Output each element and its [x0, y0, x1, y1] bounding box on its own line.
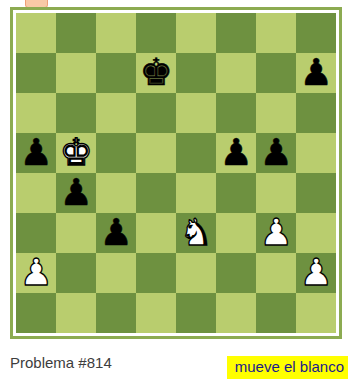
piece-black-pawn[interactable]: ♟	[59, 173, 92, 213]
chess-board-frame: ♚♟♟♚♟♟♟♟♞♟♟♟	[10, 7, 342, 339]
square-c6[interactable]	[96, 93, 136, 133]
square-c7[interactable]	[96, 53, 136, 93]
square-d6[interactable]	[136, 93, 176, 133]
square-c4[interactable]	[96, 173, 136, 213]
piece-black-pawn[interactable]: ♟	[19, 133, 52, 173]
piece-black-king[interactable]: ♚	[139, 53, 172, 93]
square-f1[interactable]	[216, 293, 256, 333]
square-g4[interactable]	[256, 173, 296, 213]
square-d1[interactable]	[136, 293, 176, 333]
piece-black-pawn[interactable]: ♟	[99, 213, 132, 253]
square-c8[interactable]	[96, 13, 136, 53]
square-h3[interactable]	[296, 213, 336, 253]
piece-white-pawn[interactable]: ♟	[299, 253, 332, 293]
square-f4[interactable]	[216, 173, 256, 213]
square-c5[interactable]	[96, 133, 136, 173]
square-g7[interactable]	[256, 53, 296, 93]
square-a5[interactable]: ♟	[16, 133, 56, 173]
square-d8[interactable]	[136, 13, 176, 53]
square-h5[interactable]	[296, 133, 336, 173]
piece-black-pawn[interactable]: ♟	[219, 133, 252, 173]
square-d5[interactable]	[136, 133, 176, 173]
square-b7[interactable]	[56, 53, 96, 93]
square-a6[interactable]	[16, 93, 56, 133]
problem-number-label: Problema #814	[10, 354, 112, 371]
square-b5[interactable]: ♚	[56, 133, 96, 173]
square-e4[interactable]	[176, 173, 216, 213]
square-d4[interactable]	[136, 173, 176, 213]
square-e3[interactable]: ♞	[176, 213, 216, 253]
square-b1[interactable]	[56, 293, 96, 333]
square-d3[interactable]	[136, 213, 176, 253]
square-b3[interactable]	[56, 213, 96, 253]
square-e8[interactable]	[176, 13, 216, 53]
square-a8[interactable]	[16, 13, 56, 53]
square-h4[interactable]	[296, 173, 336, 213]
square-f6[interactable]	[216, 93, 256, 133]
square-c3[interactable]: ♟	[96, 213, 136, 253]
piece-white-pawn[interactable]: ♟	[259, 213, 292, 253]
square-b6[interactable]	[56, 93, 96, 133]
square-a3[interactable]	[16, 213, 56, 253]
square-e2[interactable]	[176, 253, 216, 293]
square-c1[interactable]	[96, 293, 136, 333]
square-a4[interactable]	[16, 173, 56, 213]
square-d7[interactable]: ♚	[136, 53, 176, 93]
square-c2[interactable]	[96, 253, 136, 293]
square-g1[interactable]	[256, 293, 296, 333]
piece-black-pawn[interactable]: ♟	[299, 53, 332, 93]
square-g8[interactable]	[256, 13, 296, 53]
square-f3[interactable]	[216, 213, 256, 253]
square-f5[interactable]: ♟	[216, 133, 256, 173]
square-f2[interactable]	[216, 253, 256, 293]
square-g2[interactable]	[256, 253, 296, 293]
square-d2[interactable]	[136, 253, 176, 293]
square-h7[interactable]: ♟	[296, 53, 336, 93]
square-e7[interactable]	[176, 53, 216, 93]
square-e1[interactable]	[176, 293, 216, 333]
square-a2[interactable]: ♟	[16, 253, 56, 293]
side-to-move-banner: mueve el blanco	[227, 356, 348, 379]
square-f7[interactable]	[216, 53, 256, 93]
square-h2[interactable]: ♟	[296, 253, 336, 293]
square-h1[interactable]	[296, 293, 336, 333]
piece-white-knight[interactable]: ♞	[179, 213, 212, 253]
piece-black-pawn[interactable]: ♟	[259, 133, 292, 173]
square-h6[interactable]	[296, 93, 336, 133]
square-g3[interactable]: ♟	[256, 213, 296, 253]
square-h8[interactable]	[296, 13, 336, 53]
square-b4[interactable]: ♟	[56, 173, 96, 213]
square-a1[interactable]	[16, 293, 56, 333]
square-g5[interactable]: ♟	[256, 133, 296, 173]
square-e5[interactable]	[176, 133, 216, 173]
piece-white-pawn[interactable]: ♟	[19, 253, 52, 293]
chess-board: ♚♟♟♚♟♟♟♟♞♟♟♟	[16, 13, 336, 333]
square-e6[interactable]	[176, 93, 216, 133]
square-b8[interactable]	[56, 13, 96, 53]
square-a7[interactable]	[16, 53, 56, 93]
piece-white-king[interactable]: ♚	[59, 133, 92, 173]
square-b2[interactable]	[56, 253, 96, 293]
square-g6[interactable]	[256, 93, 296, 133]
square-f8[interactable]	[216, 13, 256, 53]
